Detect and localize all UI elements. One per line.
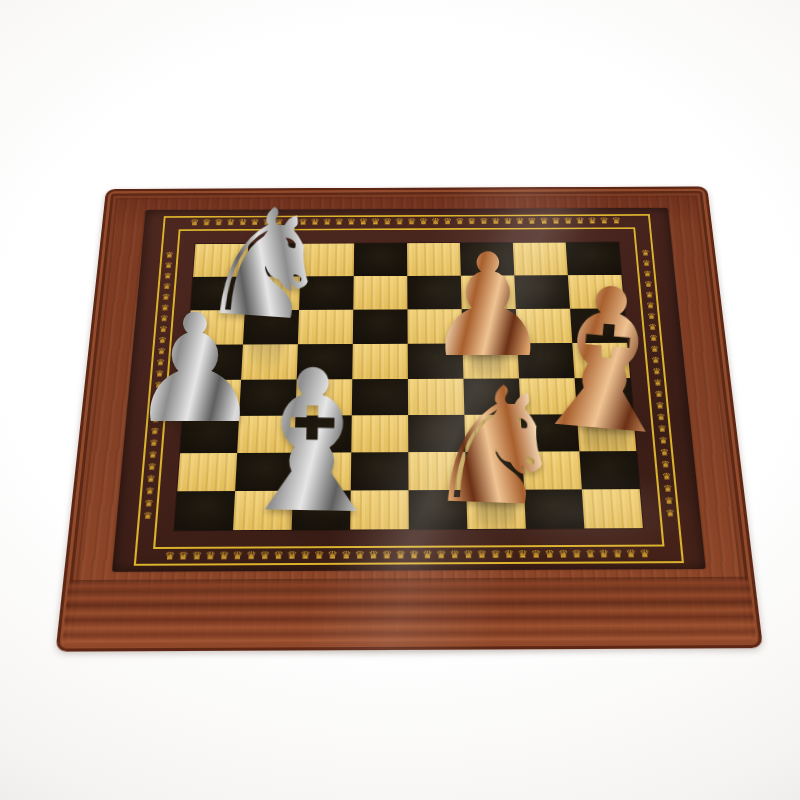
knight-icon: ♞ bbox=[421, 363, 572, 530]
bishop-icon: ♝ bbox=[222, 343, 401, 542]
pieces-layer: ♞♟♟♝♝♞ bbox=[0, 0, 800, 800]
product-photo-scene: Miniature wooden-framed chess board with… bbox=[0, 0, 800, 800]
